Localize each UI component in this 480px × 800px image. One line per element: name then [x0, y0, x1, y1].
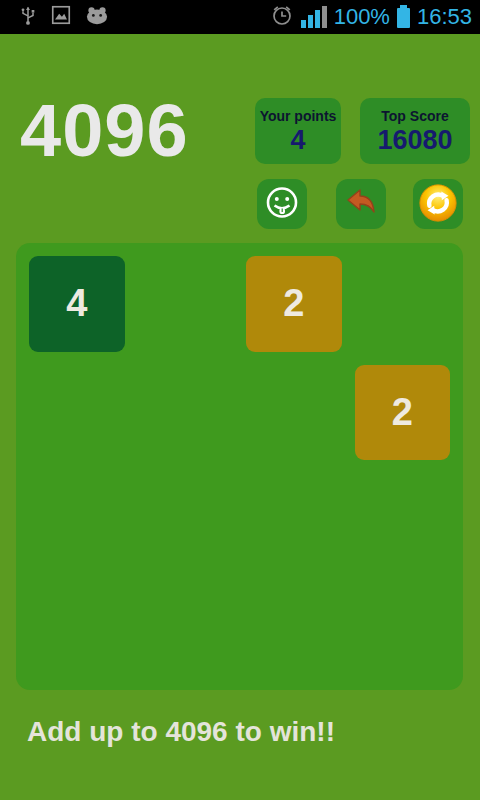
battery-percent-text: 100%: [334, 0, 390, 34]
board-cell-empty: [138, 473, 234, 569]
top-score-label: Top Score: [360, 108, 470, 124]
board-cell-empty: [29, 365, 125, 461]
board-cell-empty: [138, 256, 234, 352]
board-cell-empty: [246, 365, 342, 461]
board-cell-empty: [29, 473, 125, 569]
top-score-box: Top Score 16080: [360, 98, 470, 164]
smiley-face-icon: [262, 183, 302, 226]
tile-2: 2: [246, 256, 342, 352]
usb-icon: [18, 3, 38, 31]
board-cell-empty: [29, 582, 125, 678]
status-bar: 100% 16:53: [0, 0, 480, 34]
board-cell-empty: [138, 365, 234, 461]
restart-button[interactable]: [413, 179, 463, 229]
undo-button[interactable]: [336, 179, 386, 229]
your-points-label: Your points: [255, 108, 341, 124]
gallery-icon: [50, 4, 72, 30]
top-score-value: 16080: [360, 125, 470, 156]
battery-icon: [397, 8, 410, 28]
refresh-icon: [416, 181, 460, 228]
board-cell-empty: [138, 582, 234, 678]
signal-bars-icon: [301, 6, 327, 28]
board-cell-empty: [355, 256, 451, 352]
alarm-icon: [270, 3, 294, 31]
undo-arrow-icon: [341, 183, 381, 226]
tile-4: 4: [29, 256, 125, 352]
status-bar-right: 100% 16:53: [270, 0, 472, 34]
tile-2: 2: [355, 365, 451, 461]
page-title: 4096: [20, 96, 189, 166]
clock-text: 16:53: [417, 0, 472, 34]
board-cell-empty: [246, 582, 342, 678]
status-bar-left-icons: [18, 3, 110, 31]
android-robot-icon: [84, 4, 110, 30]
your-points-value: 4: [255, 125, 341, 156]
board-grid[interactable]: 422: [16, 243, 463, 690]
board-cell-empty: [246, 473, 342, 569]
smiley-button[interactable]: [257, 179, 307, 229]
your-points-box: Your points 4: [255, 98, 341, 164]
board-cell-empty: [355, 582, 451, 678]
goal-message: Add up to 4096 to win!!: [27, 716, 335, 748]
board-cell-empty: [355, 473, 451, 569]
